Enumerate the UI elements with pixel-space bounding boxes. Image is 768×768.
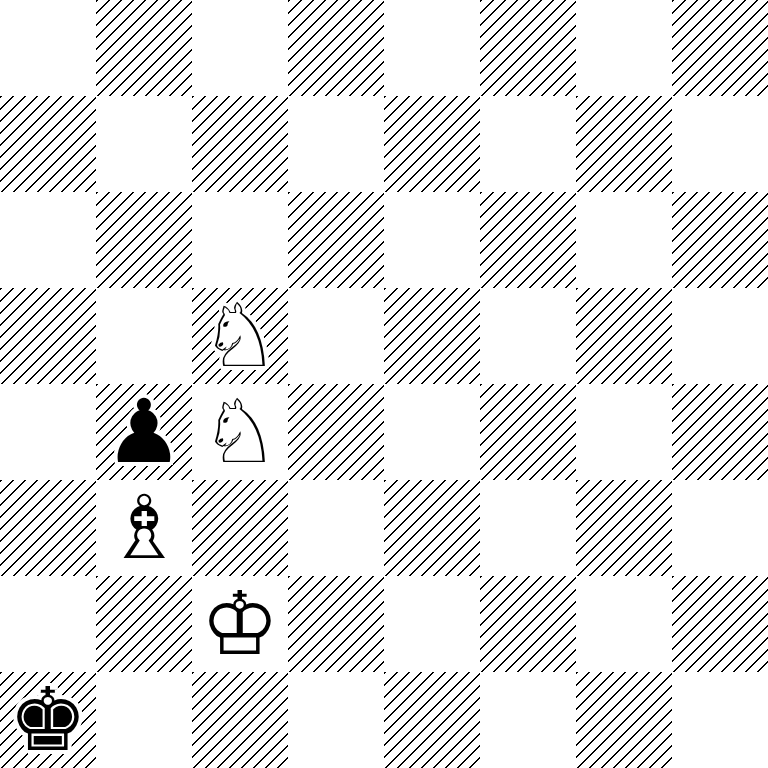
square-b7[interactable] [96, 96, 192, 192]
square-e3[interactable] [384, 480, 480, 576]
square-e4[interactable] [384, 384, 480, 480]
square-f8[interactable] [480, 0, 576, 96]
square-d2[interactable] [288, 576, 384, 672]
square-a2[interactable] [0, 576, 96, 672]
square-a5[interactable] [0, 288, 96, 384]
square-b3[interactable]: ♝♗ [96, 480, 192, 576]
square-h4[interactable] [672, 384, 768, 480]
square-f1[interactable] [480, 672, 576, 768]
square-d4[interactable] [288, 384, 384, 480]
square-f4[interactable] [480, 384, 576, 480]
square-b6[interactable] [96, 192, 192, 288]
square-g5[interactable] [576, 288, 672, 384]
square-a8[interactable] [0, 0, 96, 96]
square-g7[interactable] [576, 96, 672, 192]
white-bishop-glyph: ♗ [96, 480, 192, 576]
square-b5[interactable] [96, 288, 192, 384]
square-d1[interactable] [288, 672, 384, 768]
square-f3[interactable] [480, 480, 576, 576]
square-b1[interactable] [96, 672, 192, 768]
square-d6[interactable] [288, 192, 384, 288]
square-e7[interactable] [384, 96, 480, 192]
square-h6[interactable] [672, 192, 768, 288]
square-b8[interactable] [96, 0, 192, 96]
square-b2[interactable] [96, 576, 192, 672]
square-a4[interactable] [0, 384, 96, 480]
square-c1[interactable] [192, 672, 288, 768]
square-a1[interactable]: ♚♚ [0, 672, 96, 768]
piece-white-knight: ♞♘ [192, 384, 288, 480]
square-e1[interactable] [384, 672, 480, 768]
square-c3[interactable] [192, 480, 288, 576]
square-f5[interactable] [480, 288, 576, 384]
piece-black-king: ♚♚ [0, 672, 96, 768]
square-g8[interactable] [576, 0, 672, 96]
square-h1[interactable] [672, 672, 768, 768]
black-king-glyph: ♚ [0, 672, 96, 768]
square-a6[interactable] [0, 192, 96, 288]
square-f2[interactable] [480, 576, 576, 672]
square-h3[interactable] [672, 480, 768, 576]
square-f7[interactable] [480, 96, 576, 192]
square-b4[interactable]: ♟♟ [96, 384, 192, 480]
square-c7[interactable] [192, 96, 288, 192]
piece-white-bishop: ♝♗ [96, 480, 192, 576]
piece-white-knight: ♞♘ [192, 288, 288, 384]
square-f6[interactable] [480, 192, 576, 288]
square-c2[interactable]: ♚♔ [192, 576, 288, 672]
square-h8[interactable] [672, 0, 768, 96]
square-c8[interactable] [192, 0, 288, 96]
square-h2[interactable] [672, 576, 768, 672]
square-g1[interactable] [576, 672, 672, 768]
square-a3[interactable] [0, 480, 96, 576]
square-d7[interactable] [288, 96, 384, 192]
square-h7[interactable] [672, 96, 768, 192]
piece-white-king: ♚♔ [192, 576, 288, 672]
chess-board: ♞♘♟♟♞♘♝♗♚♔♚♚ [0, 0, 768, 768]
square-c6[interactable] [192, 192, 288, 288]
white-king-glyph: ♔ [192, 576, 288, 672]
square-c5[interactable]: ♞♘ [192, 288, 288, 384]
white-knight-glyph: ♘ [192, 288, 288, 384]
square-d3[interactable] [288, 480, 384, 576]
square-e8[interactable] [384, 0, 480, 96]
square-e2[interactable] [384, 576, 480, 672]
square-h5[interactable] [672, 288, 768, 384]
square-a7[interactable] [0, 96, 96, 192]
square-e5[interactable] [384, 288, 480, 384]
square-g4[interactable] [576, 384, 672, 480]
square-e6[interactable] [384, 192, 480, 288]
square-c4[interactable]: ♞♘ [192, 384, 288, 480]
square-d5[interactable] [288, 288, 384, 384]
square-g3[interactable] [576, 480, 672, 576]
white-knight-glyph: ♘ [192, 384, 288, 480]
square-d8[interactable] [288, 0, 384, 96]
black-pawn-glyph: ♟ [96, 384, 192, 480]
square-g2[interactable] [576, 576, 672, 672]
piece-black-pawn: ♟♟ [96, 384, 192, 480]
square-g6[interactable] [576, 192, 672, 288]
